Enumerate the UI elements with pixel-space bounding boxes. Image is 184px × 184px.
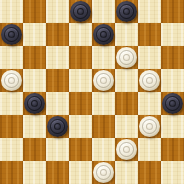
square-b4[interactable]	[23, 92, 46, 115]
square-h5	[161, 69, 184, 92]
white-piece-e1[interactable]	[93, 162, 114, 183]
square-h3	[161, 115, 184, 138]
square-f1	[115, 161, 138, 184]
square-a4	[0, 92, 23, 115]
square-c3[interactable]	[46, 115, 69, 138]
square-a5[interactable]	[0, 69, 23, 92]
black-piece-c3[interactable]	[47, 116, 68, 137]
white-piece-g5[interactable]	[139, 70, 160, 91]
square-e7[interactable]	[92, 23, 115, 46]
white-piece-e5[interactable]	[93, 70, 114, 91]
square-d6[interactable]	[69, 46, 92, 69]
square-c2	[46, 138, 69, 161]
square-g6	[138, 46, 161, 69]
black-piece-f8[interactable]	[116, 1, 137, 22]
checkers-board	[0, 0, 184, 184]
square-h1	[161, 161, 184, 184]
square-h2[interactable]	[161, 138, 184, 161]
square-e1[interactable]	[92, 161, 115, 184]
square-d5	[69, 69, 92, 92]
square-a7[interactable]	[0, 23, 23, 46]
square-c1[interactable]	[46, 161, 69, 184]
square-d4[interactable]	[69, 92, 92, 115]
square-f2[interactable]	[115, 138, 138, 161]
square-b7	[23, 23, 46, 46]
square-b2[interactable]	[23, 138, 46, 161]
square-e5[interactable]	[92, 69, 115, 92]
square-c5[interactable]	[46, 69, 69, 92]
square-b5	[23, 69, 46, 92]
white-piece-f2[interactable]	[116, 139, 137, 160]
square-e6	[92, 46, 115, 69]
square-f3	[115, 115, 138, 138]
square-c4	[46, 92, 69, 115]
black-piece-e7[interactable]	[93, 24, 114, 45]
square-h7	[161, 23, 184, 46]
square-g2	[138, 138, 161, 161]
square-e2	[92, 138, 115, 161]
square-f4[interactable]	[115, 92, 138, 115]
square-e3[interactable]	[92, 115, 115, 138]
square-c6	[46, 46, 69, 69]
square-g7[interactable]	[138, 23, 161, 46]
square-g4	[138, 92, 161, 115]
white-piece-g3[interactable]	[139, 116, 160, 137]
square-f6[interactable]	[115, 46, 138, 69]
square-f7	[115, 23, 138, 46]
square-g3[interactable]	[138, 115, 161, 138]
black-piece-a7[interactable]	[1, 24, 22, 45]
square-e8	[92, 0, 115, 23]
square-b1	[23, 161, 46, 184]
square-a8	[0, 0, 23, 23]
square-a6	[0, 46, 23, 69]
square-e4	[92, 92, 115, 115]
square-c8	[46, 0, 69, 23]
square-g8	[138, 0, 161, 23]
square-d7	[69, 23, 92, 46]
square-h4[interactable]	[161, 92, 184, 115]
square-g1[interactable]	[138, 161, 161, 184]
black-piece-h4[interactable]	[162, 93, 183, 114]
black-piece-b4[interactable]	[24, 93, 45, 114]
square-d1	[69, 161, 92, 184]
square-h8[interactable]	[161, 0, 184, 23]
square-b6[interactable]	[23, 46, 46, 69]
white-piece-f6[interactable]	[116, 47, 137, 68]
square-c7[interactable]	[46, 23, 69, 46]
square-a2	[0, 138, 23, 161]
square-d2[interactable]	[69, 138, 92, 161]
square-b3	[23, 115, 46, 138]
black-piece-d8[interactable]	[70, 1, 91, 22]
square-b8[interactable]	[23, 0, 46, 23]
square-f8[interactable]	[115, 0, 138, 23]
square-f5	[115, 69, 138, 92]
white-piece-a5[interactable]	[1, 70, 22, 91]
square-g5[interactable]	[138, 69, 161, 92]
square-h6[interactable]	[161, 46, 184, 69]
square-d8[interactable]	[69, 0, 92, 23]
square-d3	[69, 115, 92, 138]
square-a3[interactable]	[0, 115, 23, 138]
square-a1[interactable]	[0, 161, 23, 184]
